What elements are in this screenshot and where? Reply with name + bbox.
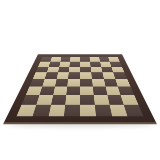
square-d2: [65, 95, 80, 105]
square-c2: [51, 95, 67, 105]
square-h2: [121, 95, 139, 105]
square-h3: [118, 86, 134, 95]
chessboard: [3, 54, 157, 124]
square-h1: [124, 105, 144, 117]
square-c1: [48, 105, 65, 117]
product-photo-scene: [0, 0, 160, 160]
square-c4: [55, 79, 68, 86]
square-e3: [80, 86, 94, 95]
square-e1: [80, 105, 96, 117]
square-h4: [115, 79, 130, 86]
square-e2: [80, 95, 95, 105]
square-c3: [53, 86, 67, 95]
square-d3: [66, 86, 80, 95]
square-e4: [80, 79, 93, 86]
square-d4: [67, 79, 80, 86]
chessboard-squares: [16, 57, 143, 116]
square-d1: [64, 105, 80, 117]
